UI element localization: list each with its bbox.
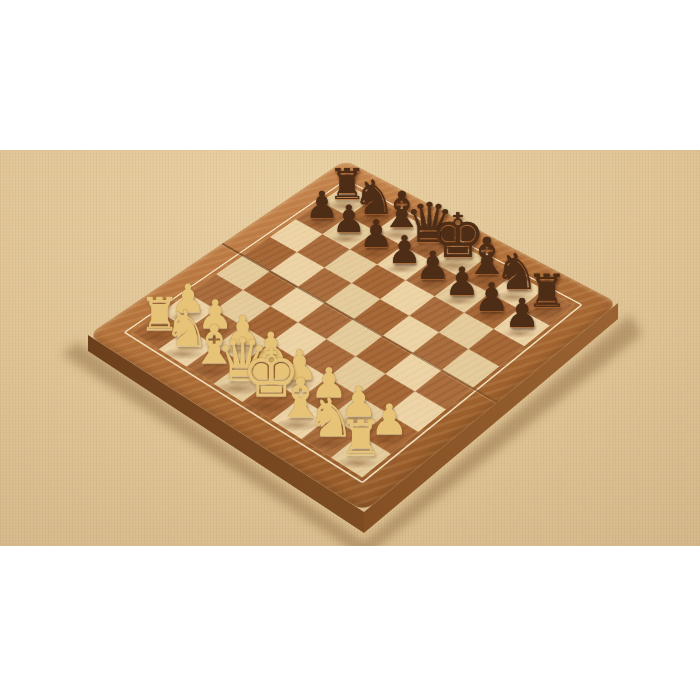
chess-set-product-photo: ♜♞♝♛♚♝♞♜♟♟♟♟♟♟♟♟♟♟♟♟♟♟♟♟♜♞♝♛♚♝♞♜ [0, 0, 700, 700]
letterbox-bottom [0, 546, 700, 700]
letterbox-top [0, 0, 700, 150]
